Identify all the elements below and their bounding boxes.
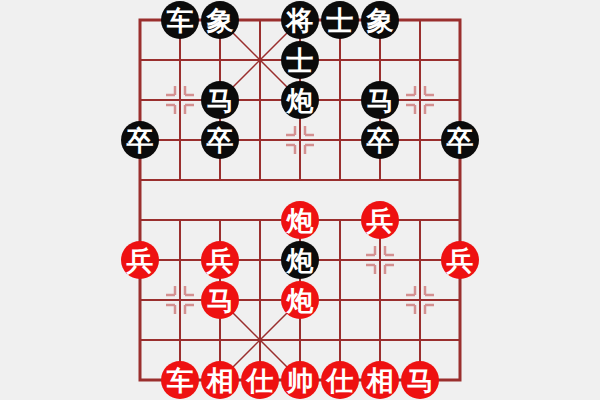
piece-red-chariot[interactable]: 车 xyxy=(161,361,199,399)
piece-red-general[interactable]: 帅 xyxy=(281,361,319,399)
piece-black-soldier[interactable]: 卒 xyxy=(201,121,239,159)
piece-black-soldier[interactable]: 卒 xyxy=(441,121,479,159)
piece-red-advisor[interactable]: 仕 xyxy=(321,361,359,399)
piece-black-horse[interactable]: 马 xyxy=(201,81,239,119)
piece-red-advisor[interactable]: 仕 xyxy=(241,361,279,399)
piece-black-cannon[interactable]: 炮 xyxy=(281,81,319,119)
piece-red-cannon[interactable]: 炮 xyxy=(281,281,319,319)
piece-layer: 车象将士象士马炮马卒卒卒卒炮兵兵兵炮兵马炮车相仕帅仕相马 xyxy=(120,0,480,400)
piece-red-horse[interactable]: 马 xyxy=(201,281,239,319)
piece-red-soldier[interactable]: 兵 xyxy=(201,241,239,279)
piece-red-cannon[interactable]: 炮 xyxy=(281,201,319,239)
piece-black-elephant[interactable]: 象 xyxy=(361,1,399,39)
piece-red-elephant[interactable]: 相 xyxy=(361,361,399,399)
xiangqi-app-screen: 车象将士象士马炮马卒卒卒卒炮兵兵兵炮兵马炮车相仕帅仕相马 xyxy=(0,0,600,400)
piece-black-horse[interactable]: 马 xyxy=(361,81,399,119)
piece-red-soldier[interactable]: 兵 xyxy=(121,241,159,279)
piece-black-cannon[interactable]: 炮 xyxy=(281,241,319,279)
piece-black-advisor[interactable]: 士 xyxy=(281,41,319,79)
piece-black-chariot[interactable]: 车 xyxy=(161,1,199,39)
piece-red-elephant[interactable]: 相 xyxy=(201,361,239,399)
piece-black-advisor[interactable]: 士 xyxy=(321,1,359,39)
piece-red-soldier[interactable]: 兵 xyxy=(361,201,399,239)
piece-black-elephant[interactable]: 象 xyxy=(201,1,239,39)
piece-red-soldier[interactable]: 兵 xyxy=(441,241,479,279)
piece-black-soldier[interactable]: 卒 xyxy=(121,121,159,159)
piece-black-general[interactable]: 将 xyxy=(281,1,319,39)
piece-black-soldier[interactable]: 卒 xyxy=(361,121,399,159)
xiangqi-board: 车象将士象士马炮马卒卒卒卒炮兵兵兵炮兵马炮车相仕帅仕相马 xyxy=(120,0,480,400)
piece-red-horse[interactable]: 马 xyxy=(401,361,439,399)
